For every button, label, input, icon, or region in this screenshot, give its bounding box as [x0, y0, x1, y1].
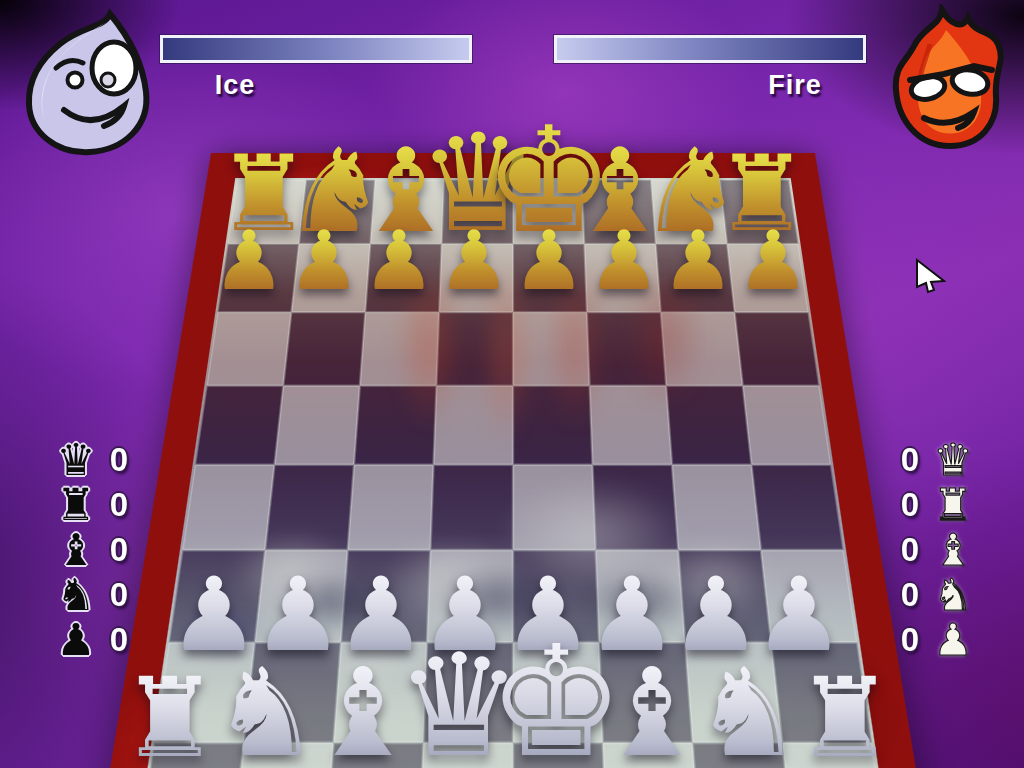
captured-row-left-knight: ♞0 — [50, 572, 136, 617]
square-d5[interactable] — [433, 386, 513, 465]
piece-black-pawn-d7[interactable]: ♟ — [437, 222, 511, 300]
square-b4[interactable] — [265, 465, 354, 550]
piece-black-pawn-h7[interactable]: ♟ — [736, 222, 810, 300]
square-c5[interactable] — [354, 386, 436, 465]
fire-progress-bar — [554, 35, 866, 63]
square-a4[interactable] — [182, 465, 274, 550]
square-d6[interactable] — [436, 312, 513, 385]
piece-black-pawn-b7[interactable]: ♟ — [287, 222, 361, 300]
captured-count-left-knight: 0 — [102, 576, 136, 614]
square-b5[interactable] — [274, 386, 359, 465]
captured-count-right-queen: 0 — [893, 441, 927, 479]
square-e4[interactable] — [513, 465, 596, 550]
piece-white-knight-g1[interactable]: ♞ — [693, 656, 802, 768]
square-d4[interactable] — [430, 465, 513, 550]
square-h4[interactable] — [752, 465, 844, 550]
rook-icon: ♜ — [50, 483, 102, 527]
knight-icon: ♞ — [927, 573, 979, 617]
captured-row-right-rook: 0♜ — [893, 482, 979, 527]
captured-tray-left: ♛0♜0♝0♞0♟0 — [50, 437, 136, 662]
knight-icon: ♞ — [50, 573, 102, 617]
piece-black-pawn-e7[interactable]: ♟ — [512, 222, 586, 300]
piece-white-rook-a1[interactable]: ♜ — [121, 666, 220, 768]
ice-player-label: Ice — [160, 70, 310, 101]
square-a5[interactable] — [195, 386, 283, 465]
captured-count-right-pawn: 0 — [893, 621, 927, 659]
bishop-icon: ♝ — [927, 528, 979, 572]
fire-player-label: Fire — [720, 70, 870, 101]
square-g6[interactable] — [661, 312, 743, 385]
queen-icon: ♛ — [50, 438, 102, 482]
piece-white-rook-h1[interactable]: ♜ — [796, 666, 895, 768]
captured-count-right-knight: 0 — [893, 576, 927, 614]
ice-mascot-icon — [12, 6, 162, 158]
captured-row-left-rook: ♜0 — [50, 482, 136, 527]
rook-icon: ♜ — [927, 483, 979, 527]
captured-count-right-bishop: 0 — [893, 531, 927, 569]
captured-count-left-queen: 0 — [102, 441, 136, 479]
captured-row-right-queen: 0♛ — [893, 437, 979, 482]
square-b6[interactable] — [283, 312, 365, 385]
square-c4[interactable] — [348, 465, 434, 550]
bishop-icon: ♝ — [50, 528, 102, 572]
game-window: Ice Fire ♜♞♝♛♚♝♞♜♟♟♟♟♟♟♟♟♟♟♟♟♟♟♟♟♜♞♝♛♚♝♞… — [0, 0, 1024, 768]
pawn-icon: ♟ — [927, 618, 979, 662]
captured-count-left-bishop: 0 — [102, 531, 136, 569]
captured-count-right-rook: 0 — [893, 486, 927, 524]
captured-row-right-knight: 0♞ — [893, 572, 979, 617]
square-a6[interactable] — [207, 312, 292, 385]
square-f4[interactable] — [593, 465, 679, 550]
mouse-cursor-icon — [916, 258, 950, 296]
piece-black-pawn-c7[interactable]: ♟ — [362, 222, 436, 300]
captured-row-left-bishop: ♝0 — [50, 527, 136, 572]
queen-icon: ♛ — [927, 438, 979, 482]
piece-white-knight-b1[interactable]: ♞ — [211, 656, 320, 768]
pawn-icon: ♟ — [50, 618, 102, 662]
square-f6[interactable] — [587, 312, 666, 385]
piece-black-pawn-f7[interactable]: ♟ — [587, 222, 661, 300]
fire-mascot-icon — [870, 4, 1020, 156]
square-e6[interactable] — [513, 312, 590, 385]
square-c6[interactable] — [360, 312, 439, 385]
captured-tray-right: 0♛0♜0♝0♞0♟ — [893, 437, 979, 662]
piece-black-pawn-a7[interactable]: ♟ — [212, 222, 286, 300]
square-h6[interactable] — [735, 312, 820, 385]
square-g4[interactable] — [672, 465, 761, 550]
captured-count-left-pawn: 0 — [102, 621, 136, 659]
square-h5[interactable] — [743, 386, 831, 465]
captured-row-right-pawn: 0♟ — [893, 617, 979, 662]
captured-row-right-bishop: 0♝ — [893, 527, 979, 572]
square-f5[interactable] — [590, 386, 672, 465]
captured-count-left-rook: 0 — [102, 486, 136, 524]
piece-black-pawn-g7[interactable]: ♟ — [661, 222, 735, 300]
ice-progress-bar — [160, 35, 472, 63]
captured-row-left-queen: ♛0 — [50, 437, 136, 482]
piece-white-bishop-f1[interactable]: ♝ — [597, 656, 706, 768]
square-g5[interactable] — [666, 386, 751, 465]
square-e5[interactable] — [513, 386, 593, 465]
